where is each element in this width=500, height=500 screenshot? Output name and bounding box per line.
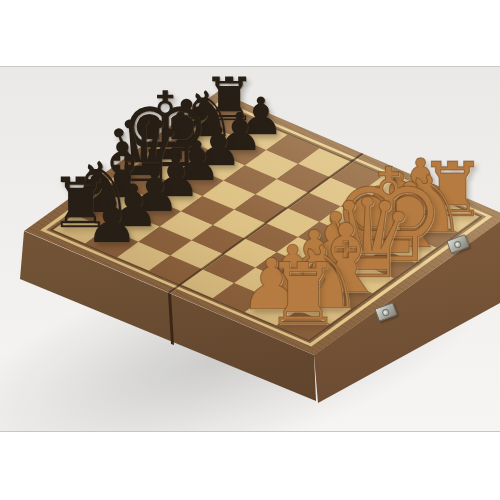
scene: ♜♞♝♛♚♝♞♜♟♟♟♟♟♟♟♟♟♟♟♟♟♟♟♟♜♞♝♛♚♝♞♜ [0,0,500,500]
piece-black-pawn-a7[interactable]: ♟ [85,192,138,251]
clasp-pin-icon [453,240,462,249]
piece-white-rook-a1[interactable]: ♜ [265,251,342,337]
clasp-pin-icon [381,308,390,317]
photo-backdrop: ♜♞♝♛♚♝♞♜♟♟♟♟♟♟♟♟♟♟♟♟♟♟♟♟♜♞♝♛♚♝♞♜ [0,66,500,432]
